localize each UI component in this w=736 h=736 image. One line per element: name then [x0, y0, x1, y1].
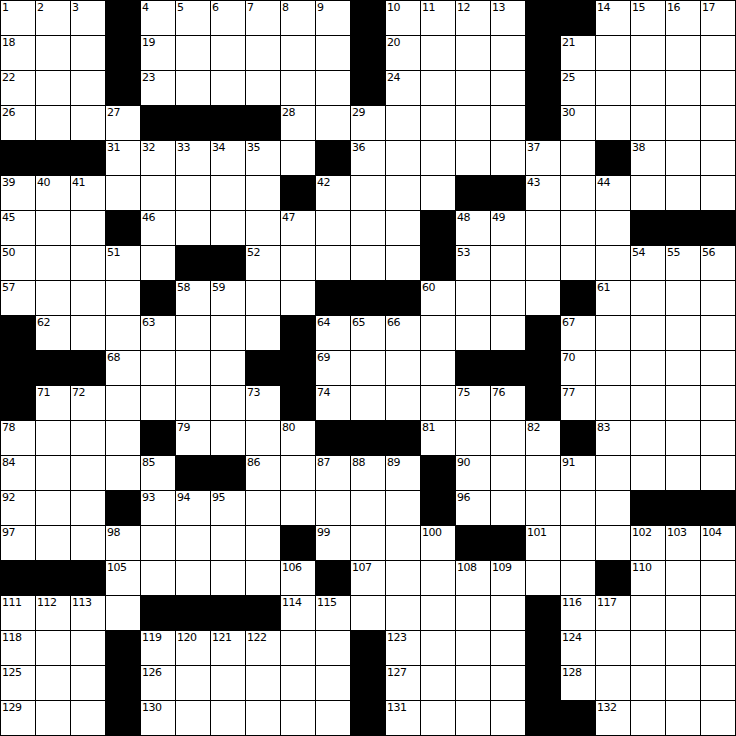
cell-0-5[interactable]: 5: [176, 1, 211, 36]
cell-15-3[interactable]: 98: [106, 526, 141, 561]
cell-4-14[interactable]: [491, 141, 526, 176]
cell-3-11[interactable]: [386, 106, 421, 141]
cell-7-16[interactable]: [561, 246, 596, 281]
cell-15-9[interactable]: 99: [316, 526, 351, 561]
cell-4-13[interactable]: [456, 141, 491, 176]
cell-0-6[interactable]: 6: [211, 1, 246, 36]
cell-20-12[interactable]: [421, 701, 456, 736]
cell-8-18[interactable]: [631, 281, 666, 316]
cell-18-18[interactable]: [631, 631, 666, 666]
cell-5-6[interactable]: [211, 176, 246, 211]
cell-17-12[interactable]: [421, 596, 456, 631]
cell-3-14[interactable]: [491, 106, 526, 141]
cell-0-14[interactable]: 13: [491, 1, 526, 36]
cell-9-19[interactable]: [666, 316, 701, 351]
cell-3-1[interactable]: [36, 106, 71, 141]
cell-8-6[interactable]: 59: [211, 281, 246, 316]
cell-15-0[interactable]: 97: [1, 526, 36, 561]
cell-12-1[interactable]: [36, 421, 71, 456]
cell-0-4[interactable]: 4: [141, 1, 176, 36]
cell-17-20[interactable]: [701, 596, 736, 631]
cell-7-13[interactable]: 53: [456, 246, 491, 281]
cell-7-17[interactable]: [596, 246, 631, 281]
cell-20-1[interactable]: [36, 701, 71, 736]
cell-10-3[interactable]: 68: [106, 351, 141, 386]
cell-0-19[interactable]: 16: [666, 1, 701, 36]
cell-4-18[interactable]: 38: [631, 141, 666, 176]
cell-16-14[interactable]: 109: [491, 561, 526, 596]
cell-12-20[interactable]: [701, 421, 736, 456]
cell-5-10[interactable]: [351, 176, 386, 211]
cell-13-2[interactable]: [71, 456, 106, 491]
cell-0-2[interactable]: 3: [71, 1, 106, 36]
cell-17-1[interactable]: 112: [36, 596, 71, 631]
cell-9-2[interactable]: [71, 316, 106, 351]
cell-2-14[interactable]: [491, 71, 526, 106]
cell-20-14[interactable]: [491, 701, 526, 736]
cell-16-3[interactable]: 105: [106, 561, 141, 596]
cell-3-13[interactable]: [456, 106, 491, 141]
cell-16-8[interactable]: 106: [281, 561, 316, 596]
cell-4-8[interactable]: [281, 141, 316, 176]
cell-6-2[interactable]: [71, 211, 106, 246]
cell-20-18[interactable]: [631, 701, 666, 736]
cell-1-11[interactable]: 20: [386, 36, 421, 71]
cell-3-12[interactable]: [421, 106, 456, 141]
cell-2-2[interactable]: [71, 71, 106, 106]
cell-3-0[interactable]: 26: [1, 106, 36, 141]
cell-5-16[interactable]: [561, 176, 596, 211]
cell-2-20[interactable]: [701, 71, 736, 106]
cell-11-19[interactable]: [666, 386, 701, 421]
cell-15-15[interactable]: 101: [526, 526, 561, 561]
cell-11-14[interactable]: 76: [491, 386, 526, 421]
cell-20-19[interactable]: [666, 701, 701, 736]
cell-1-5[interactable]: [176, 36, 211, 71]
cell-13-17[interactable]: [596, 456, 631, 491]
cell-6-0[interactable]: 45: [1, 211, 36, 246]
cell-3-3[interactable]: 27: [106, 106, 141, 141]
cell-14-9[interactable]: [316, 491, 351, 526]
cell-2-19[interactable]: [666, 71, 701, 106]
cell-4-12[interactable]: [421, 141, 456, 176]
cell-12-12[interactable]: 81: [421, 421, 456, 456]
cell-19-11[interactable]: 127: [386, 666, 421, 701]
cell-1-4[interactable]: 19: [141, 36, 176, 71]
cell-12-7[interactable]: [246, 421, 281, 456]
cell-16-13[interactable]: 108: [456, 561, 491, 596]
cell-17-8[interactable]: 114: [281, 596, 316, 631]
cell-0-13[interactable]: 12: [456, 1, 491, 36]
cell-18-1[interactable]: [36, 631, 71, 666]
cell-8-15[interactable]: [526, 281, 561, 316]
cell-11-9[interactable]: 74: [316, 386, 351, 421]
cell-14-6[interactable]: 95: [211, 491, 246, 526]
cell-12-13[interactable]: [456, 421, 491, 456]
cell-2-16[interactable]: 25: [561, 71, 596, 106]
cell-18-5[interactable]: 120: [176, 631, 211, 666]
cell-9-10[interactable]: 65: [351, 316, 386, 351]
cell-2-6[interactable]: [211, 71, 246, 106]
cell-11-7[interactable]: 73: [246, 386, 281, 421]
cell-15-16[interactable]: [561, 526, 596, 561]
cell-8-1[interactable]: [36, 281, 71, 316]
cell-2-12[interactable]: [421, 71, 456, 106]
cell-9-12[interactable]: [421, 316, 456, 351]
cell-14-1[interactable]: [36, 491, 71, 526]
cell-18-0[interactable]: 118: [1, 631, 36, 666]
cell-9-3[interactable]: [106, 316, 141, 351]
cell-19-4[interactable]: 126: [141, 666, 176, 701]
cell-2-7[interactable]: [246, 71, 281, 106]
cell-19-6[interactable]: [211, 666, 246, 701]
cell-1-6[interactable]: [211, 36, 246, 71]
cell-12-6[interactable]: [211, 421, 246, 456]
cell-14-16[interactable]: [561, 491, 596, 526]
cell-20-11[interactable]: 131: [386, 701, 421, 736]
cell-5-15[interactable]: 43: [526, 176, 561, 211]
cell-13-1[interactable]: [36, 456, 71, 491]
cell-15-20[interactable]: 104: [701, 526, 736, 561]
cell-9-1[interactable]: 62: [36, 316, 71, 351]
cell-12-3[interactable]: [106, 421, 141, 456]
cell-2-5[interactable]: [176, 71, 211, 106]
cell-13-3[interactable]: [106, 456, 141, 491]
cell-9-5[interactable]: [176, 316, 211, 351]
cell-10-18[interactable]: [631, 351, 666, 386]
cell-16-6[interactable]: [211, 561, 246, 596]
cell-9-18[interactable]: [631, 316, 666, 351]
cell-18-13[interactable]: [456, 631, 491, 666]
cell-13-4[interactable]: 85: [141, 456, 176, 491]
cell-4-15[interactable]: 37: [526, 141, 561, 176]
cell-13-7[interactable]: 86: [246, 456, 281, 491]
cell-7-8[interactable]: [281, 246, 316, 281]
cell-13-20[interactable]: [701, 456, 736, 491]
cell-14-5[interactable]: 94: [176, 491, 211, 526]
cell-18-8[interactable]: [281, 631, 316, 666]
cell-5-19[interactable]: [666, 176, 701, 211]
cell-3-20[interactable]: [701, 106, 736, 141]
cell-10-17[interactable]: [596, 351, 631, 386]
cell-18-20[interactable]: [701, 631, 736, 666]
cell-13-14[interactable]: [491, 456, 526, 491]
cell-12-8[interactable]: 80: [281, 421, 316, 456]
cell-5-3[interactable]: [106, 176, 141, 211]
cell-9-6[interactable]: [211, 316, 246, 351]
cell-8-5[interactable]: 58: [176, 281, 211, 316]
cell-7-1[interactable]: [36, 246, 71, 281]
cell-9-13[interactable]: [456, 316, 491, 351]
cell-6-14[interactable]: 49: [491, 211, 526, 246]
cell-10-10[interactable]: [351, 351, 386, 386]
cell-17-14[interactable]: [491, 596, 526, 631]
cell-9-17[interactable]: [596, 316, 631, 351]
cell-5-17[interactable]: 44: [596, 176, 631, 211]
cell-19-12[interactable]: [421, 666, 456, 701]
cell-3-16[interactable]: 30: [561, 106, 596, 141]
cell-11-12[interactable]: [421, 386, 456, 421]
cell-17-10[interactable]: [351, 596, 386, 631]
cell-8-0[interactable]: 57: [1, 281, 36, 316]
cell-14-14[interactable]: [491, 491, 526, 526]
cell-17-11[interactable]: [386, 596, 421, 631]
cell-15-12[interactable]: 100: [421, 526, 456, 561]
cell-16-5[interactable]: [176, 561, 211, 596]
cell-0-11[interactable]: 10: [386, 1, 421, 36]
cell-11-20[interactable]: [701, 386, 736, 421]
cell-10-9[interactable]: 69: [316, 351, 351, 386]
cell-20-7[interactable]: [246, 701, 281, 736]
cell-12-18[interactable]: [631, 421, 666, 456]
cell-18-12[interactable]: [421, 631, 456, 666]
cell-11-10[interactable]: [351, 386, 386, 421]
cell-20-20[interactable]: [701, 701, 736, 736]
cell-2-1[interactable]: [36, 71, 71, 106]
cell-4-11[interactable]: [386, 141, 421, 176]
cell-5-12[interactable]: [421, 176, 456, 211]
cell-6-10[interactable]: [351, 211, 386, 246]
cell-2-8[interactable]: [281, 71, 316, 106]
cell-19-14[interactable]: [491, 666, 526, 701]
cell-9-7[interactable]: [246, 316, 281, 351]
cell-9-4[interactable]: 63: [141, 316, 176, 351]
cell-13-8[interactable]: [281, 456, 316, 491]
cell-19-0[interactable]: 125: [1, 666, 36, 701]
cell-19-9[interactable]: [316, 666, 351, 701]
cell-11-16[interactable]: 77: [561, 386, 596, 421]
cell-17-19[interactable]: [666, 596, 701, 631]
cell-19-19[interactable]: [666, 666, 701, 701]
cell-18-11[interactable]: 123: [386, 631, 421, 666]
cell-18-4[interactable]: 119: [141, 631, 176, 666]
cell-15-10[interactable]: [351, 526, 386, 561]
cell-4-10[interactable]: 36: [351, 141, 386, 176]
cell-7-19[interactable]: 55: [666, 246, 701, 281]
cell-16-19[interactable]: [666, 561, 701, 596]
cell-0-7[interactable]: 7: [246, 1, 281, 36]
cell-11-4[interactable]: [141, 386, 176, 421]
cell-5-9[interactable]: 42: [316, 176, 351, 211]
cell-14-15[interactable]: [526, 491, 561, 526]
cell-0-18[interactable]: 15: [631, 1, 666, 36]
cell-11-5[interactable]: [176, 386, 211, 421]
cell-15-2[interactable]: [71, 526, 106, 561]
cell-15-18[interactable]: 102: [631, 526, 666, 561]
cell-17-3[interactable]: [106, 596, 141, 631]
cell-10-6[interactable]: [211, 351, 246, 386]
cell-15-7[interactable]: [246, 526, 281, 561]
cell-16-20[interactable]: [701, 561, 736, 596]
cell-3-10[interactable]: 29: [351, 106, 386, 141]
cell-5-0[interactable]: 39: [1, 176, 36, 211]
cell-13-16[interactable]: 91: [561, 456, 596, 491]
cell-17-17[interactable]: 117: [596, 596, 631, 631]
cell-10-16[interactable]: 70: [561, 351, 596, 386]
cell-3-9[interactable]: [316, 106, 351, 141]
cell-14-0[interactable]: 92: [1, 491, 36, 526]
cell-12-5[interactable]: 79: [176, 421, 211, 456]
cell-7-4[interactable]: [141, 246, 176, 281]
cell-1-7[interactable]: [246, 36, 281, 71]
cell-20-8[interactable]: [281, 701, 316, 736]
cell-4-5[interactable]: 33: [176, 141, 211, 176]
cell-0-9[interactable]: 9: [316, 1, 351, 36]
cell-6-8[interactable]: 47: [281, 211, 316, 246]
cell-20-4[interactable]: 130: [141, 701, 176, 736]
cell-20-9[interactable]: [316, 701, 351, 736]
cell-8-8[interactable]: [281, 281, 316, 316]
cell-7-14[interactable]: [491, 246, 526, 281]
cell-1-13[interactable]: [456, 36, 491, 71]
cell-18-6[interactable]: 121: [211, 631, 246, 666]
cell-4-16[interactable]: [561, 141, 596, 176]
cell-1-2[interactable]: [71, 36, 106, 71]
cell-10-19[interactable]: [666, 351, 701, 386]
cell-11-1[interactable]: 71: [36, 386, 71, 421]
cell-8-19[interactable]: [666, 281, 701, 316]
cell-15-11[interactable]: [386, 526, 421, 561]
cell-7-9[interactable]: [316, 246, 351, 281]
cell-7-15[interactable]: [526, 246, 561, 281]
cell-7-7[interactable]: 52: [246, 246, 281, 281]
cell-6-6[interactable]: [211, 211, 246, 246]
cell-2-18[interactable]: [631, 71, 666, 106]
cell-16-18[interactable]: 110: [631, 561, 666, 596]
cell-13-9[interactable]: 87: [316, 456, 351, 491]
cell-20-17[interactable]: 132: [596, 701, 631, 736]
cell-8-14[interactable]: [491, 281, 526, 316]
cell-4-4[interactable]: 32: [141, 141, 176, 176]
cell-5-18[interactable]: [631, 176, 666, 211]
cell-12-2[interactable]: [71, 421, 106, 456]
cell-3-18[interactable]: [631, 106, 666, 141]
cell-1-20[interactable]: [701, 36, 736, 71]
cell-10-11[interactable]: [386, 351, 421, 386]
cell-7-2[interactable]: [71, 246, 106, 281]
cell-1-12[interactable]: [421, 36, 456, 71]
cell-5-7[interactable]: [246, 176, 281, 211]
cell-13-13[interactable]: 90: [456, 456, 491, 491]
cell-0-17[interactable]: 14: [596, 1, 631, 36]
cell-20-5[interactable]: [176, 701, 211, 736]
cell-17-18[interactable]: [631, 596, 666, 631]
cell-9-9[interactable]: 64: [316, 316, 351, 351]
cell-14-17[interactable]: [596, 491, 631, 526]
cell-18-2[interactable]: [71, 631, 106, 666]
cell-3-19[interactable]: [666, 106, 701, 141]
cell-13-10[interactable]: 88: [351, 456, 386, 491]
cell-10-5[interactable]: [176, 351, 211, 386]
cell-19-5[interactable]: [176, 666, 211, 701]
cell-9-16[interactable]: 67: [561, 316, 596, 351]
cell-8-12[interactable]: 60: [421, 281, 456, 316]
cell-1-9[interactable]: [316, 36, 351, 71]
cell-18-7[interactable]: 122: [246, 631, 281, 666]
cell-2-0[interactable]: 22: [1, 71, 36, 106]
cell-7-20[interactable]: 56: [701, 246, 736, 281]
cell-11-6[interactable]: [211, 386, 246, 421]
cell-18-16[interactable]: 124: [561, 631, 596, 666]
cell-2-17[interactable]: [596, 71, 631, 106]
cell-10-12[interactable]: [421, 351, 456, 386]
cell-16-10[interactable]: 107: [351, 561, 386, 596]
cell-14-7[interactable]: [246, 491, 281, 526]
cell-6-17[interactable]: [596, 211, 631, 246]
cell-14-13[interactable]: 96: [456, 491, 491, 526]
cell-20-6[interactable]: [211, 701, 246, 736]
cell-8-2[interactable]: [71, 281, 106, 316]
cell-1-8[interactable]: [281, 36, 316, 71]
cell-14-11[interactable]: [386, 491, 421, 526]
cell-2-4[interactable]: 23: [141, 71, 176, 106]
cell-12-0[interactable]: 78: [1, 421, 36, 456]
cell-1-14[interactable]: [491, 36, 526, 71]
cell-4-7[interactable]: 35: [246, 141, 281, 176]
cell-16-12[interactable]: [421, 561, 456, 596]
cell-1-0[interactable]: 18: [1, 36, 36, 71]
cell-3-8[interactable]: 28: [281, 106, 316, 141]
cell-6-4[interactable]: 46: [141, 211, 176, 246]
cell-6-13[interactable]: 48: [456, 211, 491, 246]
cell-12-14[interactable]: [491, 421, 526, 456]
cell-4-6[interactable]: 34: [211, 141, 246, 176]
cell-17-2[interactable]: 113: [71, 596, 106, 631]
cell-13-15[interactable]: [526, 456, 561, 491]
cell-2-13[interactable]: [456, 71, 491, 106]
cell-16-7[interactable]: [246, 561, 281, 596]
cell-13-19[interactable]: [666, 456, 701, 491]
cell-14-4[interactable]: 93: [141, 491, 176, 526]
cell-13-0[interactable]: 84: [1, 456, 36, 491]
cell-18-9[interactable]: [316, 631, 351, 666]
cell-9-11[interactable]: 66: [386, 316, 421, 351]
cell-7-18[interactable]: 54: [631, 246, 666, 281]
cell-11-13[interactable]: 75: [456, 386, 491, 421]
cell-11-11[interactable]: [386, 386, 421, 421]
cell-4-20[interactable]: [701, 141, 736, 176]
cell-8-7[interactable]: [246, 281, 281, 316]
cell-1-16[interactable]: 21: [561, 36, 596, 71]
cell-6-15[interactable]: [526, 211, 561, 246]
cell-10-20[interactable]: [701, 351, 736, 386]
cell-12-17[interactable]: 83: [596, 421, 631, 456]
cell-15-17[interactable]: [596, 526, 631, 561]
cell-6-16[interactable]: [561, 211, 596, 246]
cell-1-17[interactable]: [596, 36, 631, 71]
cell-20-2[interactable]: [71, 701, 106, 736]
cell-15-4[interactable]: [141, 526, 176, 561]
cell-12-15[interactable]: 82: [526, 421, 561, 456]
cell-1-19[interactable]: [666, 36, 701, 71]
cell-14-10[interactable]: [351, 491, 386, 526]
cell-15-19[interactable]: 103: [666, 526, 701, 561]
cell-1-1[interactable]: [36, 36, 71, 71]
cell-11-17[interactable]: [596, 386, 631, 421]
cell-19-20[interactable]: [701, 666, 736, 701]
cell-8-20[interactable]: [701, 281, 736, 316]
cell-9-14[interactable]: [491, 316, 526, 351]
cell-11-18[interactable]: [631, 386, 666, 421]
cell-19-16[interactable]: 128: [561, 666, 596, 701]
cell-17-13[interactable]: [456, 596, 491, 631]
cell-7-11[interactable]: [386, 246, 421, 281]
cell-6-11[interactable]: [386, 211, 421, 246]
cell-15-6[interactable]: [211, 526, 246, 561]
cell-6-9[interactable]: [316, 211, 351, 246]
cell-5-20[interactable]: [701, 176, 736, 211]
cell-18-19[interactable]: [666, 631, 701, 666]
